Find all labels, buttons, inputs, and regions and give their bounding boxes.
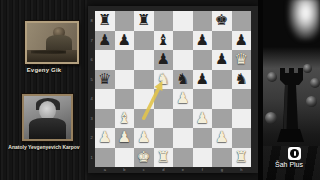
rank-label-7: 7 xyxy=(88,31,95,51)
square-b3: ♝ xyxy=(115,109,135,129)
square-g4 xyxy=(212,89,232,109)
player-name-bottom: Anatoly Yevgenyevich Karpov xyxy=(0,144,88,150)
square-b1 xyxy=(115,148,135,168)
black-rook-a8: ♜ xyxy=(98,11,111,31)
square-d5: ♞ xyxy=(154,70,174,90)
black-pawn-a7: ♟ xyxy=(98,31,111,51)
square-g2: ♟ xyxy=(212,128,232,148)
square-a4 xyxy=(95,89,115,109)
square-d6: ♟ xyxy=(154,50,174,70)
video-frame: Evgeny Gik Anatoly Yevgenyevich Karpov 8… xyxy=(0,0,320,180)
square-e7 xyxy=(173,31,193,51)
square-g7 xyxy=(212,31,232,51)
white-queen-h6: ♛ xyxy=(235,50,248,70)
square-g3 xyxy=(212,109,232,129)
square-c7 xyxy=(134,31,154,51)
square-h5: ♞ xyxy=(232,70,252,90)
file-labels: abcdefgh xyxy=(95,167,251,173)
white-king-c1: ♚ xyxy=(137,148,150,168)
square-b7: ♟ xyxy=(115,31,135,51)
square-f2 xyxy=(193,128,213,148)
photo-figure xyxy=(31,49,66,55)
karpov-portrait-photo xyxy=(24,96,71,139)
square-f3: ♟ xyxy=(193,109,213,129)
square-g1 xyxy=(212,148,232,168)
rank-label-8: 8 xyxy=(88,11,95,31)
square-f7: ♟ xyxy=(193,31,213,51)
rank-label-4: 4 xyxy=(88,89,95,109)
black-rook-c8: ♜ xyxy=(137,11,150,31)
square-c6 xyxy=(134,50,154,70)
file-label-a: a xyxy=(95,167,115,173)
channel-panel: Šah Plus xyxy=(258,0,320,180)
photo-figure xyxy=(29,118,67,139)
square-b6 xyxy=(115,50,135,70)
white-pawn-g2: ♟ xyxy=(215,128,228,148)
square-f4 xyxy=(193,89,213,109)
logo-circle-icon xyxy=(290,149,299,158)
black-pawn-h7: ♟ xyxy=(235,31,248,51)
white-pawn-a2: ♟ xyxy=(98,128,111,148)
black-queen-a5: ♛ xyxy=(98,70,111,90)
pawn-silhouette xyxy=(306,96,317,107)
black-pawn-f7: ♟ xyxy=(196,31,209,51)
black-king-g8: ♚ xyxy=(215,11,228,31)
chess-board-frame: 87654321 abcdefgh ♜♜♚♟♟♝♟♟♟♟♛♛♞♞♟♞♟♝♟♟♟♟… xyxy=(88,6,258,173)
white-rook-d1: ♜ xyxy=(157,148,170,168)
square-b2: ♟ xyxy=(115,128,135,148)
black-pawn-f5: ♟ xyxy=(196,70,209,90)
square-d2 xyxy=(154,128,174,148)
square-a2: ♟ xyxy=(95,128,115,148)
square-h2 xyxy=(232,128,252,148)
file-label-c: c xyxy=(134,167,154,173)
square-h8 xyxy=(232,11,252,31)
square-h1: ♜ xyxy=(232,148,252,168)
square-a3 xyxy=(95,109,115,129)
square-c1: ♚ xyxy=(134,148,154,168)
square-f1 xyxy=(193,148,213,168)
file-label-d: d xyxy=(154,167,174,173)
white-rook-h1: ♜ xyxy=(235,148,248,168)
square-a7: ♟ xyxy=(95,31,115,51)
white-bishop-b3: ♝ xyxy=(118,109,131,129)
black-bishop-d7: ♝ xyxy=(157,31,170,51)
white-pawn-e4: ♟ xyxy=(176,89,189,109)
square-c2: ♟ xyxy=(134,128,154,148)
square-d7: ♝ xyxy=(154,31,174,51)
square-a1 xyxy=(95,148,115,168)
square-a6 xyxy=(95,50,115,70)
square-d3 xyxy=(154,109,174,129)
square-d8 xyxy=(154,11,174,31)
square-d1: ♜ xyxy=(154,148,174,168)
square-g5 xyxy=(212,70,232,90)
square-c5 xyxy=(134,70,154,90)
channel-name: Šah Plus xyxy=(258,161,320,168)
blurred-white-piece xyxy=(288,0,320,40)
square-f6 xyxy=(193,50,213,70)
file-label-g: g xyxy=(212,167,232,173)
square-e4: ♟ xyxy=(173,89,193,109)
square-f8 xyxy=(193,11,213,31)
black-knight-e5: ♞ xyxy=(176,70,189,90)
black-pawn-g6: ♟ xyxy=(215,50,228,70)
file-label-e: e xyxy=(173,167,193,173)
square-e3 xyxy=(173,109,193,129)
square-c4 xyxy=(134,89,154,109)
square-b4 xyxy=(115,89,135,109)
square-h7: ♟ xyxy=(232,31,252,51)
white-pawn-c2: ♟ xyxy=(137,128,150,148)
square-c3 xyxy=(134,109,154,129)
photo-figure xyxy=(39,101,56,120)
square-h4 xyxy=(232,89,252,109)
rank-label-3: 3 xyxy=(88,109,95,129)
square-b5 xyxy=(115,70,135,90)
square-g8: ♚ xyxy=(212,11,232,31)
rank-labels: 87654321 xyxy=(88,11,95,167)
square-e8 xyxy=(173,11,193,31)
square-c8: ♜ xyxy=(134,11,154,31)
square-a8: ♜ xyxy=(95,11,115,31)
file-label-b: b xyxy=(115,167,135,173)
square-e2 xyxy=(173,128,193,148)
square-d4 xyxy=(154,89,174,109)
white-pawn-f3: ♟ xyxy=(196,109,209,129)
file-label-h: h xyxy=(232,167,252,173)
square-f5: ♟ xyxy=(193,70,213,90)
rank-label-1: 1 xyxy=(88,148,95,168)
square-e5: ♞ xyxy=(173,70,193,90)
photo-evgeny-gik xyxy=(25,21,79,64)
black-pawn-d6: ♟ xyxy=(157,50,170,70)
black-rook-photo-silhouette xyxy=(276,66,306,152)
rank-label-5: 5 xyxy=(88,70,95,90)
gik-portrait-photo xyxy=(27,23,77,62)
chess-board: ♜♜♚♟♟♝♟♟♟♟♛♛♞♞♟♞♟♝♟♟♟♟♟♚♜♜ xyxy=(95,11,251,167)
rank-label-6: 6 xyxy=(88,50,95,70)
sah-plus-logo xyxy=(288,147,301,160)
black-knight-h5: ♞ xyxy=(235,70,248,90)
square-b8 xyxy=(115,11,135,31)
pawn-silhouette xyxy=(310,78,320,88)
square-h3 xyxy=(232,109,252,129)
square-e6 xyxy=(173,50,193,70)
black-pawn-b7: ♟ xyxy=(118,31,131,51)
rank-label-2: 2 xyxy=(88,128,95,148)
photo-anatoly-karpov xyxy=(22,94,73,141)
square-g6: ♟ xyxy=(212,50,232,70)
square-e1 xyxy=(173,148,193,168)
players-panel: Evgeny Gik Anatoly Yevgenyevich Karpov xyxy=(0,0,88,180)
square-a5: ♛ xyxy=(95,70,115,90)
white-knight-d5: ♞ xyxy=(157,70,170,90)
square-h6: ♛ xyxy=(232,50,252,70)
player-name-top: Evgeny Gik xyxy=(0,67,88,73)
white-pawn-b2: ♟ xyxy=(118,128,131,148)
file-label-f: f xyxy=(193,167,213,173)
